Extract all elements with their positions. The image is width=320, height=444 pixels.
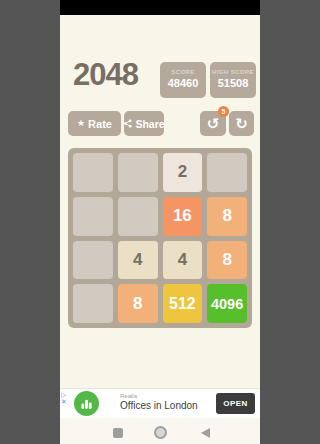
cell-r2c3: 8 <box>207 241 247 280</box>
high-score-label: HIGH SCORE <box>210 69 256 75</box>
cell-r0c3 <box>207 153 247 192</box>
cell-r1c1 <box>118 197 158 236</box>
cell-r1c0 <box>73 197 113 236</box>
score-value: 48460 <box>160 77 206 89</box>
cell-r1c2: 16 <box>163 197 203 236</box>
high-score-value: 51508 <box>210 77 256 89</box>
cell-r3c0 <box>73 284 113 323</box>
cell-r2c0 <box>73 241 113 280</box>
cell-r0c1 <box>118 153 158 192</box>
cell-r3c3: 4096 <box>207 284 247 323</box>
home-icon[interactable] <box>154 426 167 439</box>
game-board[interactable]: 2 16 8 4 4 8 8 512 4096 <box>68 148 252 328</box>
rate-button-label: Rate <box>88 118 112 130</box>
ad-headline: Offices in London <box>120 400 198 411</box>
star-icon: ★ <box>77 119 85 128</box>
high-score-box: HIGH SCORE 51508 <box>210 62 256 98</box>
score-label: SCORE <box>160 69 206 75</box>
status-bar <box>60 0 260 15</box>
ad-close-icon[interactable]: ✕ <box>61 398 67 405</box>
refresh-icon: ↻ <box>235 115 248 133</box>
bar-chart-icon <box>80 397 93 410</box>
cell-r3c1: 8 <box>118 284 158 323</box>
ad-advertiser: Realla <box>120 393 137 399</box>
app-screen: 2048 SCORE 48460 HIGH SCORE 51508 ★ Rate… <box>60 0 260 444</box>
cell-r0c0 <box>73 153 113 192</box>
restart-button[interactable]: ↻ <box>229 111 254 136</box>
cell-r2c1: 4 <box>118 241 158 280</box>
cell-r1c3: 8 <box>207 197 247 236</box>
app-title: 2048 <box>73 57 138 93</box>
cell-r2c2: 4 <box>163 241 203 280</box>
cell-r3c2: 512 <box>163 284 203 323</box>
advertiser-logo <box>74 391 99 416</box>
undo-count-badge: 5 <box>218 106 229 117</box>
back-icon[interactable] <box>201 428 210 438</box>
score-box: SCORE 48460 <box>160 62 206 98</box>
adchoices-icon[interactable]: ▷ <box>61 391 67 398</box>
adchoices-control[interactable]: ▷ ✕ <box>61 391 67 405</box>
undo-icon: ↺ <box>207 115 220 133</box>
android-navigation-bar <box>60 418 260 444</box>
share-icon <box>123 119 132 128</box>
rate-button[interactable]: ★ Rate <box>68 111 121 136</box>
recents-icon[interactable] <box>113 428 123 438</box>
ad-banner[interactable]: ▷ ✕ Realla Offices in London OPEN <box>60 388 260 418</box>
share-button[interactable]: Share <box>124 111 164 136</box>
ad-open-button[interactable]: OPEN <box>216 393 255 414</box>
cell-r0c2: 2 <box>163 153 203 192</box>
share-button-label: Share <box>135 118 164 130</box>
